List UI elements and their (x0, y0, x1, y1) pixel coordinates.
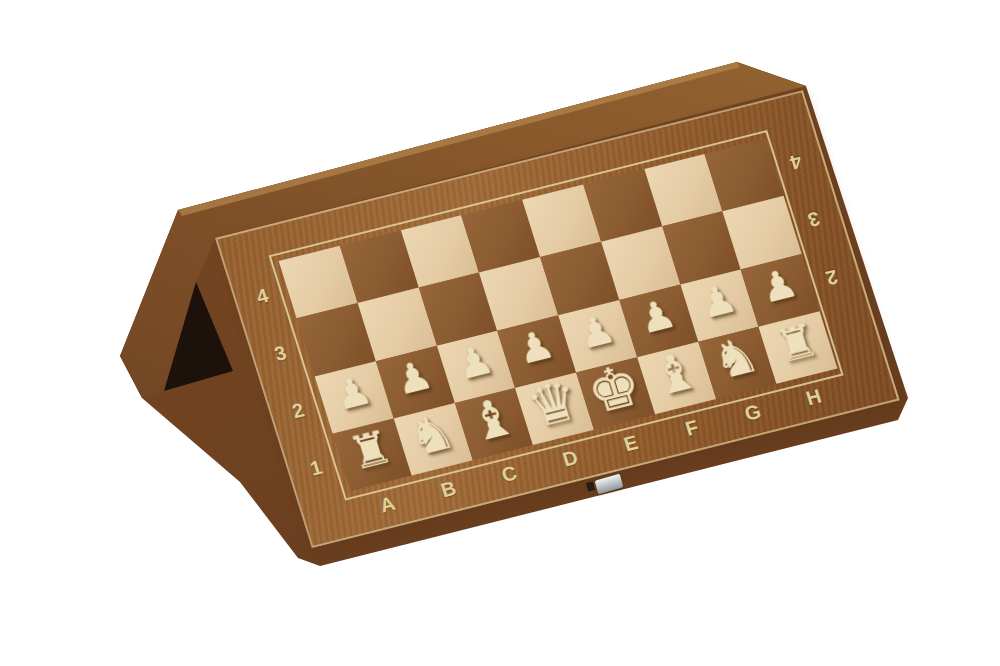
piece-white-knight-b1: ♞ (410, 429, 453, 440)
piece-white-pawn-b2: ♟ (396, 373, 431, 382)
piece-white-pawn-d2: ♟ (518, 342, 553, 351)
piece-white-pawn-c2: ♟ (457, 357, 492, 366)
piece-white-queen-d1: ♛ (529, 398, 578, 410)
piece-white-pawn-f2: ♟ (639, 311, 674, 320)
piece-white-pawn-h2: ♟ (761, 281, 796, 290)
piece-white-rook-h1: ♜ (777, 338, 817, 348)
piece-white-pawn-e2: ♟ (579, 327, 614, 336)
piece-white-pawn-g2: ♟ (700, 296, 735, 305)
piece-white-bishop-c1: ♝ (470, 414, 515, 425)
piece-white-bishop-f1: ♝ (652, 368, 697, 379)
piece-white-knight-g1: ♞ (714, 352, 757, 363)
piece-white-pawn-a2: ♟ (335, 388, 370, 397)
board-face: ♟ ♟ ♟ ♟ ♟ ♟ ♟ ♟ ♜ ♞ ♝ ♛ ♚ ♝ ♞ ♜ 4 3 2 1 … (215, 90, 900, 548)
product-photo-stage: ♟ ♟ ♟ ♟ ♟ ♟ ♟ ♟ ♜ ♞ ♝ ♛ ♚ ♝ ♞ ♜ 4 3 2 1 … (0, 0, 1000, 666)
piece-white-king-e1: ♚ (589, 382, 639, 395)
piece-white-rook-a1: ♜ (350, 445, 390, 455)
